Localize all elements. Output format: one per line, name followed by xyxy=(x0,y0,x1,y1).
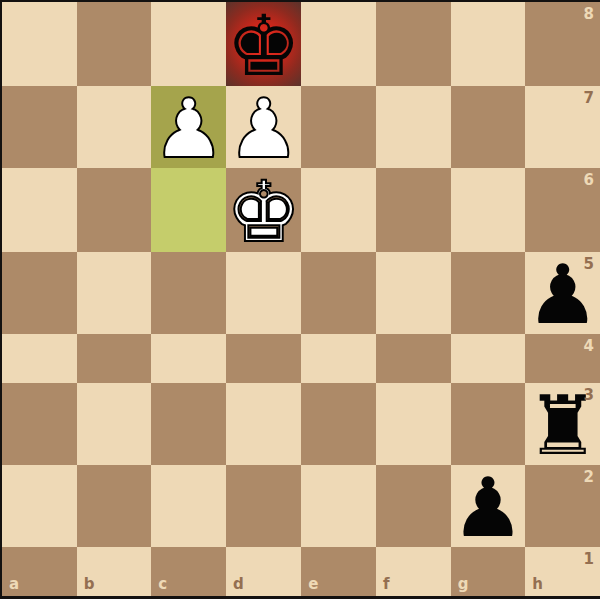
square-h3[interactable]: ♜3 xyxy=(525,383,600,465)
square-e4[interactable] xyxy=(301,334,376,383)
square-h8[interactable]: 8 xyxy=(525,2,600,86)
square-h7[interactable]: 7 xyxy=(525,86,600,168)
piece-black-pawn-h5[interactable]: ♟ xyxy=(526,254,600,336)
square-e8[interactable] xyxy=(301,2,376,86)
square-f5[interactable] xyxy=(376,252,451,334)
square-g3[interactable] xyxy=(451,383,526,465)
file-label-h: h xyxy=(532,577,543,592)
square-f6[interactable] xyxy=(376,168,451,252)
square-a2[interactable] xyxy=(2,465,77,547)
square-f2[interactable] xyxy=(376,465,451,547)
square-g6[interactable] xyxy=(451,168,526,252)
square-e2[interactable] xyxy=(301,465,376,547)
square-a8[interactable] xyxy=(2,2,77,86)
square-d5[interactable] xyxy=(226,252,301,334)
square-d7[interactable]: ♟ xyxy=(226,86,301,168)
square-a1[interactable]: a xyxy=(2,547,77,596)
piece-black-rook-h3[interactable]: ♜ xyxy=(526,385,600,467)
square-f3[interactable] xyxy=(376,383,451,465)
square-c2[interactable] xyxy=(151,465,226,547)
file-label-b: b xyxy=(84,577,95,592)
piece-white-pawn-c7[interactable]: ♟ xyxy=(152,88,226,170)
square-e6[interactable] xyxy=(301,168,376,252)
square-a4[interactable] xyxy=(2,334,77,383)
square-g4[interactable] xyxy=(451,334,526,383)
rank-label-6: 6 xyxy=(584,173,594,188)
square-g2[interactable]: ♟ xyxy=(451,465,526,547)
piece-white-king-d6[interactable]: ♚ xyxy=(226,170,301,254)
file-label-c: c xyxy=(158,577,167,592)
square-h1[interactable]: 1h xyxy=(525,547,600,596)
rank-label-8: 8 xyxy=(584,7,594,22)
square-h2[interactable]: 2 xyxy=(525,465,600,547)
chess-board: ♚8♟♟7♚6♟54♜3♟2abcdefg1h xyxy=(2,2,600,596)
square-g8[interactable] xyxy=(451,2,526,86)
square-h5[interactable]: ♟5 xyxy=(525,252,600,334)
square-f7[interactable] xyxy=(376,86,451,168)
rank-label-7: 7 xyxy=(584,91,594,106)
square-d4[interactable] xyxy=(226,334,301,383)
square-b6[interactable] xyxy=(77,168,152,252)
square-b4[interactable] xyxy=(77,334,152,383)
square-e3[interactable] xyxy=(301,383,376,465)
square-d8[interactable]: ♚ xyxy=(226,2,301,86)
square-b5[interactable] xyxy=(77,252,152,334)
square-a7[interactable] xyxy=(2,86,77,168)
square-c5[interactable] xyxy=(151,252,226,334)
square-d2[interactable] xyxy=(226,465,301,547)
square-g7[interactable] xyxy=(451,86,526,168)
file-label-e: e xyxy=(308,577,318,592)
square-c3[interactable] xyxy=(151,383,226,465)
square-a6[interactable] xyxy=(2,168,77,252)
piece-black-pawn-g2[interactable]: ♟ xyxy=(451,467,525,549)
square-d1[interactable]: d xyxy=(226,547,301,596)
square-c6[interactable] xyxy=(151,168,226,252)
square-b7[interactable] xyxy=(77,86,152,168)
square-b3[interactable] xyxy=(77,383,152,465)
square-a5[interactable] xyxy=(2,252,77,334)
square-e7[interactable] xyxy=(301,86,376,168)
file-label-a: a xyxy=(9,577,19,592)
square-b2[interactable] xyxy=(77,465,152,547)
square-c4[interactable] xyxy=(151,334,226,383)
file-label-g: g xyxy=(458,577,469,592)
square-d6[interactable]: ♚ xyxy=(226,168,301,252)
square-c7[interactable]: ♟ xyxy=(151,86,226,168)
square-e5[interactable] xyxy=(301,252,376,334)
square-e1[interactable]: e xyxy=(301,547,376,596)
square-b1[interactable]: b xyxy=(77,547,152,596)
square-a3[interactable] xyxy=(2,383,77,465)
square-b8[interactable] xyxy=(77,2,152,86)
file-label-f: f xyxy=(383,577,390,592)
piece-black-king-d8[interactable]: ♚ xyxy=(226,4,301,88)
square-d3[interactable] xyxy=(226,383,301,465)
square-c1[interactable]: c xyxy=(151,547,226,596)
square-h6[interactable]: 6 xyxy=(525,168,600,252)
file-label-d: d xyxy=(233,577,244,592)
square-f4[interactable] xyxy=(376,334,451,383)
square-f8[interactable] xyxy=(376,2,451,86)
rank-label-1: 1 xyxy=(584,552,594,567)
square-c8[interactable] xyxy=(151,2,226,86)
piece-white-pawn-d7[interactable]: ♟ xyxy=(227,88,301,170)
chess-board-frame: ♚8♟♟7♚6♟54♜3♟2abcdefg1h xyxy=(0,0,600,599)
square-f1[interactable]: f xyxy=(376,547,451,596)
square-g5[interactable] xyxy=(451,252,526,334)
